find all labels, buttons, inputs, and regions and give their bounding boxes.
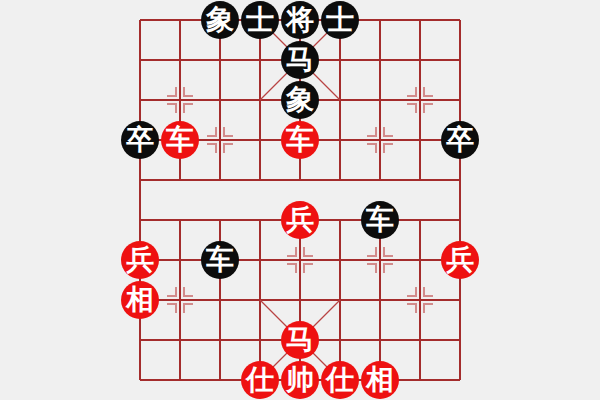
xiangqi-screenshot: 象士将士马象卒卒车车兵车兵车兵相马仕帅仕相 xyxy=(0,0,600,400)
piece-black-horse[interactable]: 马 xyxy=(281,41,319,79)
piece-red-advisor[interactable]: 仕 xyxy=(321,361,359,399)
piece-red-chariot[interactable]: 车 xyxy=(161,121,199,159)
piece-black-elephant[interactable]: 象 xyxy=(201,1,239,39)
piece-black-chariot[interactable]: 车 xyxy=(361,201,399,239)
piece-red-elephant[interactable]: 相 xyxy=(361,361,399,399)
piece-black-king[interactable]: 将 xyxy=(281,1,319,39)
piece-black-elephant[interactable]: 象 xyxy=(281,81,319,119)
piece-black-chariot[interactable]: 车 xyxy=(201,241,239,279)
piece-red-elephant[interactable]: 相 xyxy=(121,281,159,319)
piece-black-advisor[interactable]: 士 xyxy=(241,1,279,39)
piece-black-advisor[interactable]: 士 xyxy=(321,1,359,39)
xiangqi-board[interactable]: 象士将士马象卒卒车车兵车兵车兵相马仕帅仕相 xyxy=(0,0,600,400)
piece-black-pawn[interactable]: 卒 xyxy=(121,121,159,159)
piece-red-pawn[interactable]: 兵 xyxy=(281,201,319,239)
piece-red-chariot[interactable]: 车 xyxy=(281,121,319,159)
piece-red-pawn[interactable]: 兵 xyxy=(121,241,159,279)
piece-red-king[interactable]: 帅 xyxy=(281,361,319,399)
piece-red-pawn[interactable]: 兵 xyxy=(441,241,479,279)
piece-red-advisor[interactable]: 仕 xyxy=(241,361,279,399)
pieces-layer: 象士将士马象卒卒车车兵车兵车兵相马仕帅仕相 xyxy=(0,0,600,400)
piece-black-pawn[interactable]: 卒 xyxy=(441,121,479,159)
piece-red-horse[interactable]: 马 xyxy=(281,321,319,359)
